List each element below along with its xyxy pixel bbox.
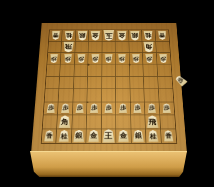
square-3-4[interactable] (130, 65, 144, 77)
piece-sente-pawn[interactable]: 歩 (147, 103, 156, 113)
piece-gote-pawn[interactable]: 歩 (91, 54, 99, 63)
piece-sente-gold[interactable]: 金 (88, 130, 99, 142)
square-8-4[interactable] (60, 65, 74, 77)
piece-sente-pawn[interactable]: 歩 (46, 103, 55, 113)
square-5-8[interactable] (102, 115, 117, 129)
piece-gote-lance[interactable]: 香 (157, 31, 166, 40)
piece-sente-silver[interactable]: 銀 (133, 130, 145, 142)
square-2-8[interactable]: 飛 (145, 115, 160, 129)
square-8-6[interactable] (59, 89, 74, 102)
piece-sente-pawn[interactable]: 歩 (162, 103, 171, 113)
square-6-1[interactable]: 金 (89, 30, 102, 41)
square-4-9[interactable]: 金 (116, 129, 131, 143)
square-9-2[interactable] (48, 41, 62, 52)
piece-gote-pawn[interactable]: 歩 (132, 54, 140, 63)
square-3-3[interactable]: 歩 (129, 53, 143, 65)
piece-sente-pawn[interactable]: 歩 (104, 103, 113, 113)
piece-gote-pawn[interactable]: 歩 (50, 54, 59, 63)
square-4-5[interactable] (116, 77, 130, 89)
piece-sente-bishop[interactable]: 角 (58, 116, 71, 129)
square-5-3[interactable]: 歩 (102, 53, 116, 65)
square-8-8[interactable]: 角 (57, 115, 72, 129)
square-1-8[interactable] (160, 115, 176, 129)
square-4-4[interactable] (116, 65, 130, 77)
square-7-1[interactable]: 銀 (76, 30, 90, 41)
hoshi-dot (129, 101, 131, 103)
piece-sente-pawn[interactable]: 歩 (133, 103, 142, 113)
piece-sente-lance[interactable]: 香 (163, 130, 173, 141)
square-5-9[interactable]: 王 (102, 129, 117, 143)
square-3-8[interactable] (131, 115, 146, 129)
scene: 香桂銀金玉金銀桂香飛角歩歩歩歩歩歩歩歩歩歩歩歩歩歩歩歩歩歩角飛香桂銀金王金銀桂香… (0, 0, 214, 187)
piece-gote-pawn[interactable]: 歩 (159, 54, 168, 63)
piece-sente-lance[interactable]: 香 (44, 130, 54, 141)
square-6-4[interactable] (88, 65, 102, 77)
square-2-3[interactable]: 歩 (143, 53, 157, 65)
square-5-6[interactable] (102, 89, 116, 102)
square-9-7[interactable]: 歩 (44, 102, 59, 115)
piece-gote-knight[interactable]: 桂 (64, 31, 74, 40)
square-7-5[interactable] (74, 77, 88, 89)
square-4-2[interactable] (116, 41, 130, 52)
shogi-board: 香桂銀金玉金銀桂香飛角歩歩歩歩歩歩歩歩歩歩歩歩歩歩歩歩歩歩角飛香桂銀金王金銀桂香… (31, 23, 187, 152)
square-9-5[interactable] (45, 77, 60, 89)
piece-gote-pawn[interactable]: 歩 (145, 54, 154, 63)
piece-gote-silver[interactable]: 銀 (130, 31, 140, 41)
square-9-9[interactable]: 香 (42, 129, 58, 143)
square-1-9[interactable]: 香 (161, 129, 177, 143)
square-3-9[interactable]: 銀 (131, 129, 146, 143)
square-6-6[interactable] (88, 89, 102, 102)
square-6-3[interactable]: 歩 (88, 53, 102, 65)
piece-sente-king[interactable]: 王 (102, 129, 115, 142)
square-9-1[interactable]: 香 (49, 30, 63, 41)
piece-gote-silver[interactable]: 銀 (77, 31, 87, 41)
square-9-8[interactable] (43, 115, 58, 129)
square-6-9[interactable]: 金 (87, 129, 102, 143)
square-5-5[interactable] (102, 77, 116, 89)
piece-gote-pawn[interactable]: 歩 (118, 54, 126, 63)
piece-gote-pawn[interactable]: 歩 (63, 54, 72, 63)
square-4-3[interactable]: 歩 (116, 53, 130, 65)
square-1-7[interactable]: 歩 (159, 102, 174, 115)
square-3-2[interactable] (129, 41, 143, 52)
square-2-7[interactable]: 歩 (145, 102, 160, 115)
square-7-2[interactable] (75, 41, 89, 52)
square-2-1[interactable]: 桂 (142, 30, 156, 41)
square-5-2[interactable] (102, 41, 116, 52)
piece-gote-bishop[interactable]: 角 (143, 42, 154, 53)
square-6-2[interactable] (89, 41, 103, 52)
piece-gote-rook[interactable]: 飛 (63, 42, 74, 53)
square-6-5[interactable] (88, 77, 102, 89)
square-1-2[interactable] (156, 41, 170, 52)
square-2-6[interactable] (144, 89, 159, 102)
piece-gote-gold[interactable]: 金 (90, 31, 100, 41)
square-5-4[interactable] (102, 65, 116, 77)
square-3-6[interactable] (130, 89, 145, 102)
square-7-7[interactable]: 歩 (73, 102, 88, 115)
hoshi-dot (87, 64, 89, 66)
piece-sente-knight[interactable]: 桂 (58, 130, 69, 142)
piece-sente-knight[interactable]: 桂 (148, 130, 159, 142)
piece-sente-gold[interactable]: 金 (118, 130, 129, 142)
square-9-6[interactable] (45, 89, 60, 102)
square-7-3[interactable]: 歩 (75, 53, 89, 65)
piece-sente-silver[interactable]: 銀 (73, 130, 85, 142)
square-7-8[interactable] (72, 115, 87, 129)
square-1-6[interactable] (158, 89, 173, 102)
piece-sente-rook[interactable]: 飛 (146, 116, 158, 129)
square-2-2[interactable]: 角 (142, 41, 156, 52)
square-8-3[interactable]: 歩 (61, 53, 75, 65)
square-2-5[interactable] (144, 77, 159, 89)
square-2-9[interactable]: 桂 (146, 129, 162, 143)
square-7-6[interactable] (73, 89, 88, 102)
square-8-7[interactable]: 歩 (58, 102, 73, 115)
square-7-4[interactable] (74, 65, 88, 77)
square-1-1[interactable]: 香 (155, 30, 169, 41)
piece-sente-pawn[interactable]: 歩 (119, 103, 128, 113)
square-3-7[interactable]: 歩 (130, 102, 145, 115)
board-front-face (30, 151, 187, 177)
square-6-8[interactable] (87, 115, 102, 129)
square-1-4[interactable] (157, 65, 172, 77)
piece-sente-pawn[interactable]: 歩 (75, 103, 84, 113)
square-4-7[interactable]: 歩 (116, 102, 131, 115)
square-9-4[interactable] (46, 65, 61, 77)
square-1-3[interactable]: 歩 (156, 53, 170, 65)
piece-gote-lance[interactable]: 香 (51, 31, 60, 40)
square-8-5[interactable] (60, 77, 75, 89)
hoshi-dot (129, 64, 131, 66)
square-3-1[interactable]: 銀 (129, 30, 143, 41)
square-4-8[interactable] (116, 115, 131, 129)
square-5-1[interactable]: 玉 (102, 30, 115, 41)
square-1-5[interactable] (158, 77, 173, 89)
square-5-7[interactable]: 歩 (102, 102, 117, 115)
square-9-3[interactable]: 歩 (47, 53, 61, 65)
displaced-pawn-piece[interactable]: 歩 (173, 74, 187, 86)
piece-sente-pawn[interactable]: 歩 (61, 103, 70, 113)
piece-sente-pawn[interactable]: 歩 (90, 103, 99, 113)
piece-gote-knight[interactable]: 桂 (144, 31, 154, 40)
piece-gote-gold[interactable]: 金 (117, 31, 127, 41)
piece-gote-pawn[interactable]: 歩 (105, 54, 113, 63)
square-3-5[interactable] (130, 77, 144, 89)
square-7-9[interactable]: 銀 (72, 129, 87, 143)
square-6-7[interactable]: 歩 (87, 102, 102, 115)
hoshi-dot (86, 101, 88, 103)
square-8-2[interactable]: 飛 (62, 41, 76, 52)
piece-gote-king[interactable]: 玉 (103, 30, 114, 41)
square-4-6[interactable] (116, 89, 130, 102)
square-4-1[interactable]: 金 (116, 30, 129, 41)
square-2-4[interactable] (143, 65, 157, 77)
piece-gote-pawn[interactable]: 歩 (77, 54, 85, 63)
square-8-9[interactable]: 桂 (57, 129, 73, 143)
square-8-1[interactable]: 桂 (62, 30, 76, 41)
board-grid: 香桂銀金玉金銀桂香飛角歩歩歩歩歩歩歩歩歩歩歩歩歩歩歩歩歩歩角飛香桂銀金王金銀桂香 (41, 30, 177, 144)
